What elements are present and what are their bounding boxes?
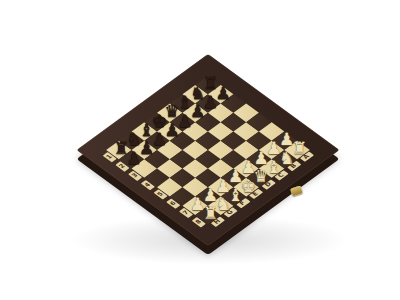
product-photo-stage: 1♜♞♝♚♛♝♞♜2♟♟♟♟♟♟♟♟34567♟♟♟♟♟♟♟♟8♜♞♝♚♛♝♞♜… xyxy=(0,0,400,300)
piece-white-rook[interactable]: ♜ xyxy=(290,139,308,157)
brass-clasp xyxy=(290,185,303,196)
chess-board: 1♜♞♝♚♛♝♞♜2♟♟♟♟♟♟♟♟34567♟♟♟♟♟♟♟♟8♜♞♝♚♛♝♞♜… xyxy=(93,66,322,233)
piece-black-pawn[interactable]: ♟ xyxy=(214,84,232,102)
